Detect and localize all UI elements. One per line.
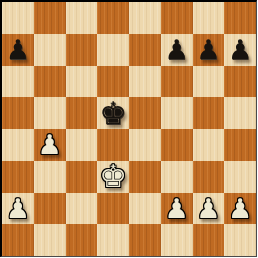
square-d8[interactable] bbox=[97, 2, 129, 34]
square-d5[interactable]: ♚ bbox=[97, 97, 129, 129]
square-f3[interactable] bbox=[161, 161, 193, 193]
square-a3[interactable] bbox=[2, 161, 34, 193]
square-f1[interactable] bbox=[161, 224, 193, 256]
square-g4[interactable] bbox=[193, 129, 225, 161]
square-g1[interactable] bbox=[193, 224, 225, 256]
piece-black-pawn[interactable]: ♟ bbox=[196, 36, 220, 63]
square-d6[interactable] bbox=[97, 66, 129, 98]
square-e3[interactable] bbox=[129, 161, 161, 193]
piece-white-pawn[interactable]: ♟ bbox=[196, 195, 220, 222]
square-c4[interactable] bbox=[66, 129, 98, 161]
square-c5[interactable] bbox=[66, 97, 98, 129]
square-h8[interactable] bbox=[224, 2, 256, 34]
piece-white-pawn[interactable]: ♟ bbox=[38, 131, 62, 158]
square-a6[interactable] bbox=[2, 66, 34, 98]
square-e5[interactable] bbox=[129, 97, 161, 129]
square-g7[interactable]: ♟ bbox=[193, 34, 225, 66]
square-b8[interactable] bbox=[34, 2, 66, 34]
square-d7[interactable] bbox=[97, 34, 129, 66]
square-b4[interactable]: ♟ bbox=[34, 129, 66, 161]
square-a1[interactable] bbox=[2, 224, 34, 256]
square-a7[interactable]: ♟ bbox=[2, 34, 34, 66]
square-b6[interactable] bbox=[34, 66, 66, 98]
square-h1[interactable] bbox=[224, 224, 256, 256]
piece-black-pawn[interactable]: ♟ bbox=[228, 36, 252, 63]
square-e4[interactable] bbox=[129, 129, 161, 161]
piece-black-pawn[interactable]: ♟ bbox=[165, 36, 189, 63]
square-b5[interactable] bbox=[34, 97, 66, 129]
square-f2[interactable]: ♟ bbox=[161, 193, 193, 225]
square-e2[interactable] bbox=[129, 193, 161, 225]
square-g6[interactable] bbox=[193, 66, 225, 98]
square-f7[interactable]: ♟ bbox=[161, 34, 193, 66]
square-a4[interactable] bbox=[2, 129, 34, 161]
square-a5[interactable] bbox=[2, 97, 34, 129]
piece-white-pawn[interactable]: ♟ bbox=[228, 195, 252, 222]
piece-white-pawn[interactable]: ♟ bbox=[6, 195, 30, 222]
square-b7[interactable] bbox=[34, 34, 66, 66]
square-e8[interactable] bbox=[129, 2, 161, 34]
square-c2[interactable] bbox=[66, 193, 98, 225]
piece-black-king[interactable]: ♚ bbox=[99, 98, 127, 129]
square-h4[interactable] bbox=[224, 129, 256, 161]
piece-white-king[interactable]: ♚ bbox=[99, 161, 127, 192]
square-f8[interactable] bbox=[161, 2, 193, 34]
square-a8[interactable] bbox=[2, 2, 34, 34]
square-h7[interactable]: ♟ bbox=[224, 34, 256, 66]
square-e6[interactable] bbox=[129, 66, 161, 98]
square-f4[interactable] bbox=[161, 129, 193, 161]
square-h2[interactable]: ♟ bbox=[224, 193, 256, 225]
square-b3[interactable] bbox=[34, 161, 66, 193]
square-d4[interactable] bbox=[97, 129, 129, 161]
square-e1[interactable] bbox=[129, 224, 161, 256]
square-f5[interactable] bbox=[161, 97, 193, 129]
square-d1[interactable] bbox=[97, 224, 129, 256]
piece-white-pawn[interactable]: ♟ bbox=[165, 195, 189, 222]
square-b2[interactable] bbox=[34, 193, 66, 225]
chess-board: ♟♟♟♟♚♟♚♟♟♟♟ bbox=[0, 0, 257, 257]
square-f6[interactable] bbox=[161, 66, 193, 98]
square-a2[interactable]: ♟ bbox=[2, 193, 34, 225]
square-c7[interactable] bbox=[66, 34, 98, 66]
square-d2[interactable] bbox=[97, 193, 129, 225]
square-h6[interactable] bbox=[224, 66, 256, 98]
square-g3[interactable] bbox=[193, 161, 225, 193]
chess-diagram: ♟♟♟♟♚♟♚♟♟♟♟ bbox=[0, 0, 258, 258]
square-c6[interactable] bbox=[66, 66, 98, 98]
square-g8[interactable] bbox=[193, 2, 225, 34]
square-c1[interactable] bbox=[66, 224, 98, 256]
square-g2[interactable]: ♟ bbox=[193, 193, 225, 225]
square-d3[interactable]: ♚ bbox=[97, 161, 129, 193]
square-g5[interactable] bbox=[193, 97, 225, 129]
square-e7[interactable] bbox=[129, 34, 161, 66]
square-c8[interactable] bbox=[66, 2, 98, 34]
square-b1[interactable] bbox=[34, 224, 66, 256]
square-c3[interactable] bbox=[66, 161, 98, 193]
piece-black-pawn[interactable]: ♟ bbox=[6, 36, 30, 63]
square-h3[interactable] bbox=[224, 161, 256, 193]
square-h5[interactable] bbox=[224, 97, 256, 129]
